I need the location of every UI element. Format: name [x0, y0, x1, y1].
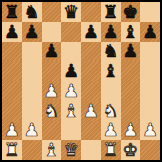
square-d2[interactable]: [61, 121, 81, 141]
square-h3[interactable]: [140, 101, 160, 121]
piece-white-pawn[interactable]: ♟: [24, 121, 40, 139]
square-f7[interactable]: ♟: [101, 22, 121, 42]
square-h6[interactable]: [140, 42, 160, 62]
square-a4[interactable]: [2, 81, 22, 101]
square-g2[interactable]: ♟: [121, 121, 141, 141]
piece-black-knight[interactable]: ♞: [24, 2, 40, 20]
square-c5[interactable]: [42, 61, 62, 81]
square-b4[interactable]: [22, 81, 42, 101]
piece-black-bishop[interactable]: ♝: [122, 22, 138, 40]
piece-black-pawn[interactable]: ♟: [24, 22, 40, 40]
piece-white-pawn[interactable]: ♟: [122, 121, 138, 139]
square-f2[interactable]: ♟: [101, 121, 121, 141]
square-c6[interactable]: ♟: [42, 42, 62, 62]
square-e7[interactable]: ♟: [81, 22, 101, 42]
square-d6[interactable]: [61, 42, 81, 62]
square-a5[interactable]: [2, 61, 22, 81]
piece-black-pawn[interactable]: ♟: [4, 22, 20, 40]
piece-black-pawn[interactable]: ♟: [122, 42, 138, 60]
piece-white-pawn[interactable]: ♟: [4, 121, 20, 139]
piece-white-pawn[interactable]: ♟: [83, 101, 99, 119]
piece-white-bishop[interactable]: ♝: [43, 141, 59, 159]
piece-black-queen[interactable]: ♛: [63, 2, 79, 20]
piece-black-knight[interactable]: ♞: [103, 42, 119, 60]
square-c7[interactable]: [42, 22, 62, 42]
square-e1[interactable]: [81, 140, 101, 160]
square-g7[interactable]: ♝: [121, 22, 141, 42]
square-e8[interactable]: [81, 2, 101, 22]
square-g5[interactable]: [121, 61, 141, 81]
square-a6[interactable]: [2, 42, 22, 62]
square-g3[interactable]: [121, 101, 141, 121]
piece-white-rook[interactable]: ♜: [4, 141, 20, 159]
piece-black-pawn[interactable]: ♟: [142, 22, 158, 40]
piece-white-rook[interactable]: ♜: [103, 141, 119, 159]
square-b3[interactable]: [22, 101, 42, 121]
square-b2[interactable]: ♟: [22, 121, 42, 141]
square-g6[interactable]: ♟: [121, 42, 141, 62]
square-f4[interactable]: [101, 81, 121, 101]
square-e5[interactable]: [81, 61, 101, 81]
square-a1[interactable]: ♜: [2, 140, 22, 160]
square-a2[interactable]: ♟: [2, 121, 22, 141]
piece-black-king[interactable]: ♚: [122, 2, 138, 20]
square-c8[interactable]: [42, 2, 62, 22]
piece-white-pawn[interactable]: ♟: [103, 121, 119, 139]
square-b8[interactable]: ♞: [22, 2, 42, 22]
square-e4[interactable]: [81, 81, 101, 101]
square-b6[interactable]: [22, 42, 42, 62]
piece-white-pawn[interactable]: ♟: [43, 81, 59, 99]
square-h4[interactable]: [140, 81, 160, 101]
square-d3[interactable]: ♝: [61, 101, 81, 121]
square-e6[interactable]: [81, 42, 101, 62]
piece-black-pawn[interactable]: ♟: [83, 22, 99, 40]
square-g8[interactable]: ♚: [121, 2, 141, 22]
square-e2[interactable]: [81, 121, 101, 141]
square-h5[interactable]: [140, 61, 160, 81]
piece-black-pawn[interactable]: ♟: [103, 22, 119, 40]
square-a3[interactable]: [2, 101, 22, 121]
square-d1[interactable]: ♛: [61, 140, 81, 160]
piece-black-rook[interactable]: ♜: [103, 2, 119, 20]
square-f1[interactable]: ♜: [101, 140, 121, 160]
square-g1[interactable]: ♚: [121, 140, 141, 160]
square-g4[interactable]: [121, 81, 141, 101]
square-d7[interactable]: [61, 22, 81, 42]
piece-black-pawn[interactable]: ♟: [43, 42, 59, 60]
square-b7[interactable]: ♟: [22, 22, 42, 42]
square-c2[interactable]: [42, 121, 62, 141]
square-c4[interactable]: ♟: [42, 81, 62, 101]
piece-black-rook[interactable]: ♜: [4, 2, 20, 20]
square-c1[interactable]: ♝: [42, 140, 62, 160]
square-h7[interactable]: ♟: [140, 22, 160, 42]
piece-white-knight[interactable]: ♞: [43, 101, 59, 119]
square-h1[interactable]: [140, 140, 160, 160]
piece-white-knight[interactable]: ♞: [103, 101, 119, 119]
square-b1[interactable]: [22, 140, 42, 160]
square-f5[interactable]: ♝: [101, 61, 121, 81]
square-a8[interactable]: ♜: [2, 2, 22, 22]
piece-white-pawn[interactable]: ♟: [63, 81, 79, 99]
chess-board: ♜♞♛♜♚♟♟♟♟♝♟♟♞♟♟♝♟♟♞♝♟♞♟♟♟♟♟♜♝♛♜♚: [0, 0, 162, 162]
square-f6[interactable]: ♞: [101, 42, 121, 62]
square-d8[interactable]: ♛: [61, 2, 81, 22]
piece-white-king[interactable]: ♚: [122, 141, 138, 159]
square-f8[interactable]: ♜: [101, 2, 121, 22]
square-h8[interactable]: [140, 2, 160, 22]
piece-white-queen[interactable]: ♛: [63, 141, 79, 159]
square-d5[interactable]: ♟: [61, 61, 81, 81]
piece-black-pawn[interactable]: ♟: [63, 62, 79, 80]
piece-white-bishop[interactable]: ♝: [63, 101, 79, 119]
square-f3[interactable]: ♞: [101, 101, 121, 121]
piece-white-pawn[interactable]: ♟: [142, 121, 158, 139]
square-d4[interactable]: ♟: [61, 81, 81, 101]
square-e3[interactable]: ♟: [81, 101, 101, 121]
square-a7[interactable]: ♟: [2, 22, 22, 42]
piece-black-bishop[interactable]: ♝: [103, 62, 119, 80]
square-h2[interactable]: ♟: [140, 121, 160, 141]
square-c3[interactable]: ♞: [42, 101, 62, 121]
square-b5[interactable]: [22, 61, 42, 81]
